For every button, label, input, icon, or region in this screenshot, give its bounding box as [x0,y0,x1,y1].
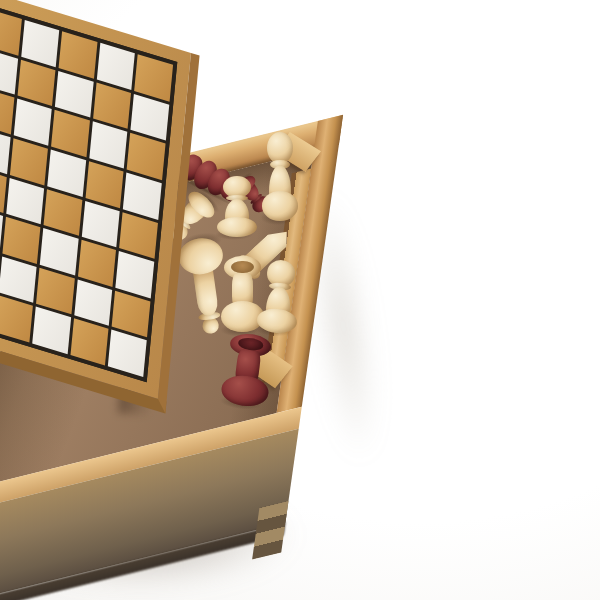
board-square-4-7 [119,212,158,259]
board-square-6-6 [74,279,113,326]
board-square-0-7 [135,54,174,101]
board-square-1-5 [55,71,94,118]
board-square-1-4 [17,59,56,106]
white-bishop-lying-skirt [177,235,226,277]
board-square-0-3 [0,8,21,55]
board-square-2-7 [127,133,166,180]
white-pawn-standing-back [261,132,299,222]
white-rook-standing-cupinner [231,261,253,273]
board-square-6-5 [36,268,75,315]
board-square-0-5 [59,31,98,78]
board-square-3-7 [123,172,162,219]
board-square-5-6 [78,240,117,287]
board-square-5-7 [116,251,155,298]
board-square-6-4 [0,256,37,303]
board-square-2-5 [51,110,90,157]
board-square-1-3 [0,48,18,95]
board-square-3-6 [85,161,124,208]
board-square-4-6 [82,200,121,247]
board-square-5-4 [2,217,41,264]
board-square-2-4 [13,99,52,146]
board-square-4-4 [6,177,45,224]
chessboard-grid [0,0,177,382]
red-rook-standing-rbase [220,373,269,408]
white-pawn-standing-front-base [256,307,298,335]
board-square-5-5 [40,228,79,275]
board-square-2-6 [89,122,128,169]
board-square-6-7 [112,291,151,338]
board-square-3-4 [10,138,49,185]
board-square-1-6 [93,82,132,129]
board-square-7-5 [32,307,71,354]
white-pawn-standing-back-base [262,191,298,221]
red-rook-standing [220,331,276,409]
board-square-4-5 [44,189,83,236]
board-square-0-4 [21,20,60,67]
board-square-1-7 [131,94,170,141]
chessboard-lid [0,0,200,413]
photo-scene [0,0,600,600]
board-square-7-4 [0,296,33,343]
white-pawn-standing-mid [216,176,258,238]
board-square-3-5 [47,149,86,196]
board-square-7-6 [70,319,109,366]
board-square-0-6 [97,43,136,90]
white-pawn-standing-front [255,258,303,335]
board-square-7-7 [108,330,147,377]
